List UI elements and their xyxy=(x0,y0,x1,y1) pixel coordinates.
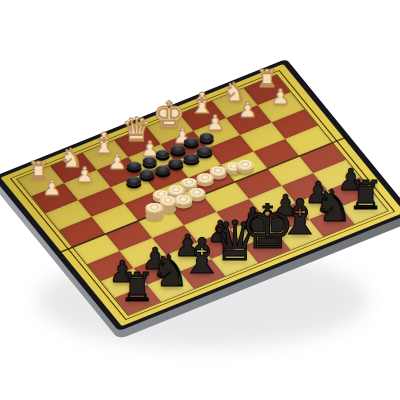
white-pawn: ♟ xyxy=(238,100,257,121)
black-checker xyxy=(171,145,186,154)
product-photo-chess-checkers-set: ♜♞♝♛♚♝♞♜♟♟♟♟♟♟♟♟♟♟♟♟♟♟♟♟♜♞♝♛♚♝♞♜ xyxy=(0,0,400,400)
white-pawn: ♟ xyxy=(206,113,225,134)
black-rook: ♜ xyxy=(347,174,383,214)
white-pawn: ♟ xyxy=(108,152,127,173)
white-checker xyxy=(237,160,254,170)
black-checker xyxy=(168,158,183,167)
black-checker xyxy=(155,149,170,158)
white-checker xyxy=(175,195,192,205)
white-pawn: ♟ xyxy=(43,178,62,199)
white-checker xyxy=(168,185,185,195)
black-checker xyxy=(199,133,214,142)
black-checker xyxy=(142,157,157,166)
white-checker xyxy=(196,173,213,183)
white-checker-stack xyxy=(146,203,163,213)
white-checker xyxy=(188,188,205,198)
black-checker xyxy=(197,146,212,155)
pieces-layer: ♜♞♝♛♚♝♞♜♟♟♟♟♟♟♟♟♟♟♟♟♟♟♟♟♜♞♝♛♚♝♞♜ xyxy=(0,0,400,400)
white-pawn: ♟ xyxy=(75,165,94,186)
black-checker xyxy=(126,176,141,185)
white-checker xyxy=(181,178,198,188)
black-checker xyxy=(127,161,142,170)
white-pawn: ♟ xyxy=(271,87,290,108)
white-checker xyxy=(210,166,227,176)
black-checker xyxy=(184,138,199,147)
black-checker xyxy=(183,153,198,162)
black-checker xyxy=(139,169,154,178)
black-checker xyxy=(155,165,170,174)
